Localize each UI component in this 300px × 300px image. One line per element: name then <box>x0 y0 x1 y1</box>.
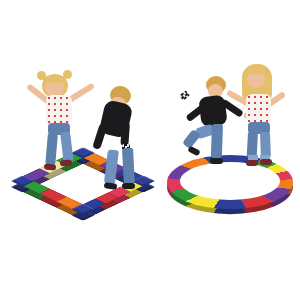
screenshot-root <box>0 0 300 300</box>
boy-right-shirt <box>198 95 227 128</box>
girl-right-shirt <box>246 94 271 124</box>
child-girl-right <box>230 62 300 178</box>
boy-right-shoe <box>210 158 223 164</box>
girl-right-bangs <box>245 66 267 74</box>
girl-right-shoe <box>260 159 272 165</box>
boy-right-checked-cuff <box>179 90 190 101</box>
circle-beam-scene <box>0 0 300 300</box>
boy-right-shoe <box>187 146 200 157</box>
girl-right-shoe <box>246 160 258 166</box>
boy-right-standing-leg <box>211 124 223 158</box>
